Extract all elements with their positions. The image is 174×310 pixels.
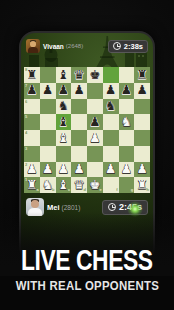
square-h6[interactable] [134, 99, 150, 115]
piece-white-pawn: ♟ [89, 132, 100, 145]
piece-white-pawn: ♟ [105, 163, 116, 176]
square-c5[interactable]: ♝ [56, 114, 72, 130]
piece-black-king: ♚ [89, 69, 100, 82]
square-g1[interactable]: g [119, 177, 135, 193]
avatar-head [31, 200, 39, 208]
square-d6[interactable] [71, 99, 87, 115]
scene: Vivaan (2648) 2:38s 8♜♝♛♚♜7♟♟♟♟♟♟♟6♞♞5♝♟… [0, 0, 174, 310]
rank-label-7: 7 [25, 84, 27, 88]
square-b1[interactable]: b♞ [40, 177, 56, 193]
square-g2[interactable]: ♟ [119, 162, 135, 178]
file-label-d: d [84, 188, 86, 192]
square-h1[interactable]: h♜ [134, 177, 150, 193]
tagline-title: LIVE CHESS [21, 243, 153, 278]
rank-label-3: 3 [25, 147, 27, 151]
clock-icon [108, 203, 116, 211]
square-d5[interactable] [71, 114, 87, 130]
piece-black-rook: ♜ [26, 69, 37, 82]
rank-label-8: 8 [25, 68, 27, 72]
square-d1[interactable]: d♛ [71, 177, 87, 193]
square-b4[interactable] [40, 130, 56, 146]
square-b7[interactable]: ♟ [40, 83, 56, 99]
square-h8[interactable]: ♜ [134, 67, 150, 83]
square-g4[interactable] [119, 130, 135, 146]
square-f4[interactable] [103, 130, 119, 146]
piece-white-pawn: ♟ [74, 163, 85, 176]
square-f1[interactable]: f [103, 177, 119, 193]
piece-white-bishop: ♝ [58, 132, 69, 145]
piece-white-pawn: ♟ [121, 163, 132, 176]
square-e4[interactable]: ♟ [87, 130, 103, 146]
rank-label-4: 4 [25, 131, 27, 135]
opponent-player-bar: Vivaan (2648) 2:38s [26, 38, 148, 54]
clock-icon [113, 42, 121, 50]
piece-black-pawn: ♟ [89, 116, 100, 129]
file-label-a: a [37, 188, 39, 192]
rank-label-6: 6 [25, 100, 27, 104]
piece-black-pawn: ♟ [42, 84, 53, 97]
chess-board[interactable]: 8♜♝♛♚♜7♟♟♟♟♟♟♟6♞♞5♝♟♞4♝♟32♟♟♟♟♟♟♟1a♜b♞c♝… [24, 67, 150, 193]
file-label-f: f [116, 188, 117, 192]
piece-black-pawn: ♟ [121, 84, 132, 97]
square-d3[interactable] [71, 146, 87, 162]
square-b2[interactable]: ♟ [40, 162, 56, 178]
square-e5[interactable]: ♟ [87, 114, 103, 130]
file-label-c: c [68, 188, 70, 192]
piece-white-pawn: ♟ [58, 163, 69, 176]
square-h5[interactable] [134, 114, 150, 130]
opponent-avatar[interactable] [26, 39, 40, 53]
square-b5[interactable] [40, 114, 56, 130]
square-e6[interactable] [87, 99, 103, 115]
piece-black-queen: ♛ [74, 69, 85, 82]
square-h4[interactable] [134, 130, 150, 146]
square-a6[interactable]: 6 [24, 99, 40, 115]
square-a1[interactable]: 1a♜ [24, 177, 40, 193]
opponent-name: Vivaan [43, 43, 64, 50]
square-c6[interactable]: ♞ [56, 99, 72, 115]
square-a8[interactable]: 8♜ [24, 67, 40, 83]
square-c7[interactable]: ♟ [56, 83, 72, 99]
file-label-b: b [52, 188, 54, 192]
square-c8[interactable]: ♝ [56, 67, 72, 83]
piece-white-pawn: ♟ [137, 163, 148, 176]
square-h3[interactable] [134, 146, 150, 162]
piece-black-pawn: ♟ [26, 84, 37, 97]
opponent-rating: (2648) [66, 43, 83, 49]
square-e8[interactable]: ♚ [87, 67, 103, 83]
square-c4[interactable]: ♝ [56, 130, 72, 146]
square-a3[interactable]: 3 [24, 146, 40, 162]
square-b3[interactable] [40, 146, 56, 162]
square-d8[interactable]: ♛ [71, 67, 87, 83]
square-g8[interactable] [119, 67, 135, 83]
square-c3[interactable] [56, 146, 72, 162]
square-g6[interactable] [119, 99, 135, 115]
piece-black-pawn: ♟ [74, 84, 85, 97]
square-e3[interactable] [87, 146, 103, 162]
player-name: Mei [47, 203, 60, 212]
square-a2[interactable]: 2♟ [24, 162, 40, 178]
square-a5[interactable]: 5 [24, 114, 40, 130]
avatar-torso [28, 47, 38, 53]
square-c2[interactable]: ♟ [56, 162, 72, 178]
square-f3[interactable] [103, 146, 119, 162]
file-label-g: g [131, 188, 133, 192]
piece-black-bishop: ♝ [58, 69, 69, 82]
player-rating: (2801) [62, 204, 81, 211]
avatar-head [30, 41, 36, 47]
piece-white-pawn: ♟ [42, 163, 53, 176]
square-d2[interactable]: ♟ [71, 162, 87, 178]
square-f8[interactable] [103, 67, 119, 83]
square-h7[interactable]: ♟ [134, 83, 150, 99]
piece-black-rook: ♜ [137, 69, 148, 82]
tagline: LIVE CHESS WITH REAL OPPONENTS [0, 245, 174, 294]
square-g5[interactable]: ♞ [119, 114, 135, 130]
piece-white-pawn: ♟ [26, 163, 37, 176]
square-e2[interactable] [87, 162, 103, 178]
square-e7[interactable] [87, 83, 103, 99]
piece-black-pawn: ♟ [137, 84, 148, 97]
piece-black-knight: ♞ [58, 100, 69, 113]
square-a4[interactable]: 4 [24, 130, 40, 146]
square-d4[interactable] [71, 130, 87, 146]
rank-label-5: 5 [25, 115, 27, 119]
square-c1[interactable]: c♝ [56, 177, 72, 193]
piece-black-knight: ♞ [105, 100, 116, 113]
square-a7[interactable]: 7♟ [24, 83, 40, 99]
square-b8[interactable] [40, 67, 56, 83]
file-label-h: h [147, 188, 149, 192]
piece-black-pawn: ♟ [105, 84, 116, 97]
rank-label-2: 2 [25, 163, 27, 167]
opponent-clock: 2:38s [108, 40, 148, 53]
file-label-e: e [100, 188, 102, 192]
piece-black-pawn: ♟ [58, 84, 69, 97]
square-f2[interactable]: ♟ [103, 162, 119, 178]
square-g7[interactable]: ♟ [119, 83, 135, 99]
square-e1[interactable]: e♚ [87, 177, 103, 193]
tagline-subtitle: WITH REAL OPPONENTS [15, 279, 158, 294]
square-f5[interactable] [103, 114, 119, 130]
square-d7[interactable]: ♟ [71, 83, 87, 99]
square-f7[interactable]: ♟ [103, 83, 119, 99]
square-b6[interactable] [40, 99, 56, 115]
square-g3[interactable] [119, 146, 135, 162]
piece-white-knight: ♞ [121, 116, 132, 129]
opponent-clock-time: 2:38s [124, 42, 143, 51]
square-f6[interactable]: ♞ [103, 99, 119, 115]
piece-black-bishop: ♝ [58, 116, 69, 129]
rank-label-1: 1 [25, 178, 27, 182]
square-h2[interactable]: ♟ [134, 162, 150, 178]
